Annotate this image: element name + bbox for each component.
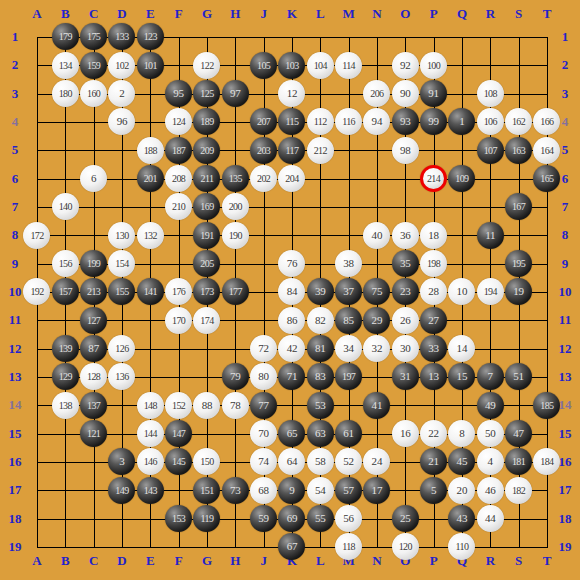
go-stone: 197 (335, 363, 362, 390)
move-number: 148 (144, 392, 157, 419)
move-number: 176 (172, 278, 185, 305)
move-number: 36 (400, 222, 411, 249)
move-number: 25 (400, 505, 411, 532)
move-number: 115 (286, 108, 299, 135)
move-number: 119 (201, 505, 214, 532)
move-number: 200 (229, 193, 242, 220)
go-stone: 146 (137, 448, 164, 475)
move-number: 46 (485, 477, 496, 504)
go-stone: 182 (505, 477, 532, 504)
move-number: 194 (484, 278, 497, 305)
go-stone: 144 (137, 420, 164, 447)
move-number: 138 (59, 392, 72, 419)
go-stone: 69 (278, 505, 305, 532)
move-number: 170 (172, 307, 185, 334)
move-number: 51 (513, 363, 524, 390)
move-number: 18 (428, 222, 439, 249)
move-number: 172 (30, 222, 43, 249)
go-stone: 138 (52, 392, 79, 419)
move-number: 163 (512, 137, 525, 164)
go-stone: 125 (193, 80, 220, 107)
column-label: D (108, 6, 136, 22)
move-number: 98 (400, 137, 411, 164)
move-number: 84 (287, 278, 298, 305)
move-number: 209 (200, 137, 213, 164)
go-stone: 192 (23, 278, 50, 305)
go-stone: 27 (420, 307, 447, 334)
move-number: 28 (428, 278, 439, 305)
go-stone: 190 (222, 222, 249, 249)
go-stone: 37 (335, 278, 362, 305)
move-number: 37 (343, 278, 354, 305)
move-number: 63 (315, 420, 326, 447)
move-number: 78 (230, 392, 241, 419)
go-stone: 20 (448, 477, 475, 504)
go-stone: 6 (80, 165, 107, 192)
go-stone: 92 (392, 52, 419, 79)
move-number: 206 (370, 80, 383, 107)
move-number: 96 (117, 108, 128, 135)
go-stone: 120 (392, 533, 419, 560)
go-stone: 93 (392, 108, 419, 135)
move-number: 39 (315, 278, 326, 305)
move-number: 2 (119, 80, 124, 107)
go-stone: 84 (278, 278, 305, 305)
go-stone: 32 (363, 335, 390, 362)
move-number: 1 (459, 108, 464, 135)
move-number: 83 (315, 363, 326, 390)
go-stone: 96 (108, 108, 135, 135)
go-stone: 94 (363, 108, 390, 135)
move-number: 147 (172, 420, 185, 447)
go-stone: 76 (278, 250, 305, 277)
move-number: 73 (230, 477, 241, 504)
go-stone: 46 (477, 477, 504, 504)
move-number: 50 (485, 420, 496, 447)
go-stone: 38 (335, 250, 362, 277)
move-number: 204 (285, 165, 298, 192)
go-stone: 202 (250, 165, 277, 192)
column-label: O (391, 6, 419, 22)
move-number: 109 (455, 165, 468, 192)
move-number: 88 (202, 392, 213, 419)
go-stone: 31 (392, 363, 419, 390)
go-stone: 173 (193, 278, 220, 305)
go-stone: 57 (335, 477, 362, 504)
column-label: G (193, 6, 221, 22)
move-number: 22 (428, 420, 439, 447)
move-number: 57 (343, 477, 354, 504)
go-stone: 80 (250, 363, 277, 390)
move-number: 139 (59, 335, 72, 362)
go-stone: 177 (222, 278, 249, 305)
move-number: 95 (173, 80, 184, 107)
move-number: 121 (87, 420, 100, 447)
column-label: M (335, 6, 363, 22)
move-number: 99 (428, 108, 439, 135)
move-number: 182 (512, 477, 525, 504)
move-number: 101 (144, 52, 157, 79)
move-number: 114 (342, 52, 355, 79)
go-stone: 59 (250, 505, 277, 532)
move-number: 93 (400, 108, 411, 135)
go-stone: 124 (165, 108, 192, 135)
move-number: 69 (287, 505, 298, 532)
move-number: 4 (488, 448, 493, 475)
go-stone: 102 (108, 52, 135, 79)
go-stone: 207 (250, 108, 277, 135)
go-stone: 130 (108, 222, 135, 249)
go-stone: 47 (505, 420, 532, 447)
go-stone: 155 (108, 278, 135, 305)
go-stone: 150 (193, 448, 220, 475)
move-number: 32 (372, 335, 383, 362)
go-stone: 164 (533, 137, 560, 164)
move-number: 157 (59, 278, 72, 305)
go-stone: 103 (278, 52, 305, 79)
go-stone: 185 (533, 392, 560, 419)
go-stone: 148 (137, 392, 164, 419)
move-number: 189 (200, 108, 213, 135)
move-number: 143 (144, 477, 157, 504)
go-stone: 157 (52, 278, 79, 305)
go-stone: 45 (448, 448, 475, 475)
go-stone: 1 (448, 108, 475, 135)
go-stone: 159 (80, 52, 107, 79)
go-stone: 44 (477, 505, 504, 532)
move-number: 55 (315, 505, 326, 532)
go-stone: 91 (420, 80, 447, 107)
move-number: 151 (200, 477, 213, 504)
move-number: 127 (87, 307, 100, 334)
move-number: 203 (257, 137, 270, 164)
move-number: 160 (87, 80, 100, 107)
move-number: 15 (457, 363, 468, 390)
go-stone: 73 (222, 477, 249, 504)
move-number: 120 (399, 533, 412, 560)
go-stone: 176 (165, 278, 192, 305)
move-number: 145 (172, 448, 185, 475)
move-number: 207 (257, 108, 270, 135)
go-stone: 88 (193, 392, 220, 419)
go-stone: 34 (335, 335, 362, 362)
go-stone: 109 (448, 165, 475, 192)
move-number: 5 (431, 477, 436, 504)
move-number: 75 (372, 278, 383, 305)
move-number: 35 (400, 250, 411, 277)
column-label: E (136, 6, 164, 22)
move-number: 180 (59, 80, 72, 107)
go-stone: 28 (420, 278, 447, 305)
move-number: 210 (172, 193, 185, 220)
move-number: 146 (144, 448, 157, 475)
move-number: 49 (485, 392, 496, 419)
move-number: 141 (144, 278, 157, 305)
column-label: R (476, 6, 504, 22)
go-stone: 134 (52, 52, 79, 79)
go-stone: 68 (250, 477, 277, 504)
go-stone: 154 (108, 250, 135, 277)
move-number: 133 (115, 23, 128, 50)
go-stone: 212 (307, 137, 334, 164)
go-stone: 35 (392, 250, 419, 277)
go-stone: 199 (80, 250, 107, 277)
go-stone: 21 (420, 448, 447, 475)
go-stone: 132 (137, 222, 164, 249)
move-number: 71 (287, 363, 298, 390)
move-number: 129 (59, 363, 72, 390)
go-stone: 106 (477, 108, 504, 135)
move-number: 10 (457, 278, 468, 305)
move-number: 17 (372, 477, 383, 504)
move-number: 185 (540, 392, 553, 419)
move-number: 92 (400, 52, 411, 79)
go-stone: 95 (165, 80, 192, 107)
move-number: 79 (230, 363, 241, 390)
go-stone: 24 (363, 448, 390, 475)
go-stone: 210 (165, 193, 192, 220)
go-stone: 67 (278, 533, 305, 560)
move-number: 44 (485, 505, 496, 532)
go-stone: 4 (477, 448, 504, 475)
go-stone: 104 (307, 52, 334, 79)
move-number: 175 (87, 23, 100, 50)
go-stone: 2 (108, 80, 135, 107)
move-number: 106 (484, 108, 497, 135)
go-stone: 70 (250, 420, 277, 447)
go-stone: 122 (193, 52, 220, 79)
move-number: 45 (457, 448, 468, 475)
go-stone: 174 (193, 307, 220, 334)
go-stone: 54 (307, 477, 334, 504)
go-stone: 90 (392, 80, 419, 107)
go-stone: 169 (193, 193, 220, 220)
move-number: 124 (172, 108, 185, 135)
move-number: 34 (343, 335, 354, 362)
go-stone: 61 (335, 420, 362, 447)
go-stone: 64 (278, 448, 305, 475)
go-stone: 213 (80, 278, 107, 305)
move-number: 174 (200, 307, 213, 334)
go-stone: 26 (392, 307, 419, 334)
go-stone: 16 (392, 420, 419, 447)
move-number: 87 (88, 335, 99, 362)
move-number: 43 (457, 505, 468, 532)
move-number: 6 (91, 165, 96, 192)
move-number: 59 (258, 505, 269, 532)
move-number: 16 (400, 420, 411, 447)
move-number: 149 (115, 477, 128, 504)
move-number: 211 (201, 165, 214, 192)
go-stone: 119 (193, 505, 220, 532)
move-number: 179 (59, 23, 72, 50)
move-number: 192 (30, 278, 43, 305)
go-stone: 198 (420, 250, 447, 277)
go-stone: 180 (52, 80, 79, 107)
go-stone: 108 (477, 80, 504, 107)
column-label: C (80, 6, 108, 22)
go-stone: 82 (307, 307, 334, 334)
go-stone: 145 (165, 448, 192, 475)
go-stone: 39 (307, 278, 334, 305)
move-number: 38 (343, 250, 354, 277)
go-stone: 17 (363, 477, 390, 504)
go-stone: 188 (137, 137, 164, 164)
go-stone: 74 (250, 448, 277, 475)
column-label: N (363, 6, 391, 22)
move-number: 102 (115, 52, 128, 79)
column-label: B (51, 6, 79, 22)
move-number: 85 (343, 307, 354, 334)
go-stone: 65 (278, 420, 305, 447)
go-stone: 172 (23, 222, 50, 249)
move-number: 52 (343, 448, 354, 475)
go-stone: 121 (80, 420, 107, 447)
move-number: 187 (172, 137, 185, 164)
go-stone: 15 (448, 363, 475, 390)
go-stone: 127 (80, 307, 107, 334)
move-number: 61 (343, 420, 354, 447)
go-board[interactable]: AABBCCDDEEFFGGHHJJKKLLMMNNOOPPQQRRSSTT11… (0, 0, 580, 580)
go-stone: 163 (505, 137, 532, 164)
move-number: 72 (258, 335, 269, 362)
move-number: 19 (513, 278, 524, 305)
go-stone: 206 (363, 80, 390, 107)
move-number: 76 (287, 250, 298, 277)
move-number: 14 (457, 335, 468, 362)
go-stone: 203 (250, 137, 277, 164)
go-stone: 184 (533, 448, 560, 475)
go-stone: 187 (165, 137, 192, 164)
go-stone: 18 (420, 222, 447, 249)
column-label: L (306, 6, 334, 22)
go-stone: 116 (335, 108, 362, 135)
go-stone: 13 (420, 363, 447, 390)
go-stone: 25 (392, 505, 419, 532)
move-number: 199 (87, 250, 100, 277)
move-number: 123 (144, 23, 157, 50)
go-stone: 40 (363, 222, 390, 249)
move-number: 68 (258, 477, 269, 504)
move-number: 30 (400, 335, 411, 362)
move-number: 132 (144, 222, 157, 249)
go-stone: 42 (278, 335, 305, 362)
move-number: 64 (287, 448, 298, 475)
go-stone: 22 (420, 420, 447, 447)
move-number: 164 (540, 137, 553, 164)
move-number: 208 (172, 165, 185, 192)
move-number: 107 (484, 137, 497, 164)
go-stone: 11 (477, 222, 504, 249)
move-number: 47 (513, 420, 524, 447)
move-number: 212 (314, 137, 327, 164)
go-stone: 118 (335, 533, 362, 560)
go-stone: 79 (222, 363, 249, 390)
move-number: 154 (115, 250, 128, 277)
move-number: 181 (512, 448, 525, 475)
go-stone: 152 (165, 392, 192, 419)
move-number: 108 (484, 80, 497, 107)
go-stone: 7 (477, 363, 504, 390)
move-number: 150 (200, 448, 213, 475)
move-number: 137 (87, 392, 100, 419)
go-stone: 97 (222, 80, 249, 107)
go-stone: 19 (505, 278, 532, 305)
move-number: 41 (372, 392, 383, 419)
go-stone: 8 (448, 420, 475, 447)
go-stone: 189 (193, 108, 220, 135)
move-number: 9 (289, 477, 294, 504)
go-stone: 160 (80, 80, 107, 107)
move-number: 167 (512, 193, 525, 220)
move-number: 103 (285, 52, 298, 79)
go-stone: 205 (193, 250, 220, 277)
move-number: 126 (115, 335, 128, 362)
go-stone: 100 (420, 52, 447, 79)
move-number: 82 (315, 307, 326, 334)
move-number: 81 (315, 335, 326, 362)
move-number: 33 (428, 335, 439, 362)
move-number: 54 (315, 477, 326, 504)
move-number: 125 (200, 80, 213, 107)
move-number: 205 (200, 250, 213, 277)
go-stone: 114 (335, 52, 362, 79)
go-stone: 149 (108, 477, 135, 504)
go-stone: 83 (307, 363, 334, 390)
go-stone: 87 (80, 335, 107, 362)
move-number: 177 (229, 278, 242, 305)
column-label: J (250, 6, 278, 22)
move-number: 201 (144, 165, 157, 192)
move-number: 190 (229, 222, 242, 249)
stones-grid: 1791751331231341591021011221051031041149… (23, 23, 561, 561)
move-number: 21 (428, 448, 439, 475)
move-number: 136 (115, 363, 128, 390)
go-stone: 55 (307, 505, 334, 532)
go-stone: 53 (307, 392, 334, 419)
move-number: 140 (59, 193, 72, 220)
move-number: 86 (287, 307, 298, 334)
go-stone: 139 (52, 335, 79, 362)
move-number: 104 (314, 52, 327, 79)
move-number: 184 (540, 448, 553, 475)
move-number: 165 (540, 165, 553, 192)
go-stone: 191 (193, 222, 220, 249)
go-stone: 75 (363, 278, 390, 305)
go-stone: 137 (80, 392, 107, 419)
go-stone: 110 (448, 533, 475, 560)
go-stone: 129 (52, 363, 79, 390)
go-stone: 136 (108, 363, 135, 390)
move-number: 77 (258, 392, 269, 419)
move-number: 65 (287, 420, 298, 447)
move-number: 90 (400, 80, 411, 107)
move-number: 195 (512, 250, 525, 277)
move-number: 213 (87, 278, 100, 305)
go-stone: 30 (392, 335, 419, 362)
move-number: 191 (200, 222, 213, 249)
move-number: 8 (459, 420, 464, 447)
move-number: 110 (455, 533, 468, 560)
go-stone: 123 (137, 23, 164, 50)
move-number: 94 (372, 108, 383, 135)
move-number: 135 (229, 165, 242, 192)
go-stone: 105 (250, 52, 277, 79)
move-number: 80 (258, 363, 269, 390)
go-stone: 194 (477, 278, 504, 305)
move-number: 31 (400, 363, 411, 390)
move-number: 26 (400, 307, 411, 334)
